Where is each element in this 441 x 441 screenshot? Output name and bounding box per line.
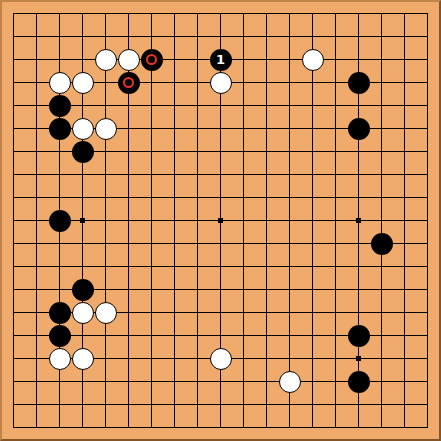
intersection[interactable]	[2, 301, 25, 324]
intersection[interactable]	[163, 209, 186, 232]
intersection[interactable]	[117, 324, 140, 347]
intersection[interactable]	[186, 117, 209, 140]
intersection[interactable]	[393, 186, 416, 209]
intersection[interactable]	[2, 117, 25, 140]
intersection[interactable]	[163, 186, 186, 209]
intersection[interactable]	[48, 324, 71, 347]
intersection[interactable]	[324, 186, 347, 209]
intersection[interactable]	[94, 255, 117, 278]
intersection[interactable]	[393, 301, 416, 324]
intersection[interactable]	[393, 209, 416, 232]
intersection[interactable]	[347, 117, 370, 140]
intersection[interactable]	[94, 48, 117, 71]
intersection[interactable]	[347, 2, 370, 25]
intersection[interactable]	[48, 94, 71, 117]
intersection[interactable]	[48, 2, 71, 25]
intersection[interactable]	[347, 370, 370, 393]
intersection[interactable]	[25, 255, 48, 278]
intersection[interactable]	[370, 94, 393, 117]
intersection[interactable]	[370, 232, 393, 255]
intersection[interactable]	[255, 416, 278, 439]
intersection[interactable]	[71, 71, 94, 94]
intersection[interactable]	[347, 278, 370, 301]
intersection[interactable]	[278, 163, 301, 186]
intersection[interactable]	[324, 301, 347, 324]
intersection[interactable]	[255, 393, 278, 416]
intersection[interactable]	[71, 163, 94, 186]
intersection[interactable]	[416, 2, 439, 25]
intersection[interactable]	[186, 140, 209, 163]
intersection[interactable]	[48, 25, 71, 48]
intersection[interactable]	[278, 25, 301, 48]
intersection[interactable]	[2, 324, 25, 347]
intersection[interactable]	[71, 324, 94, 347]
intersection[interactable]	[163, 163, 186, 186]
intersection[interactable]	[347, 301, 370, 324]
intersection[interactable]	[117, 301, 140, 324]
intersection[interactable]	[393, 232, 416, 255]
intersection[interactable]	[186, 416, 209, 439]
intersection[interactable]	[347, 232, 370, 255]
intersection[interactable]	[163, 370, 186, 393]
intersection[interactable]	[94, 347, 117, 370]
intersection[interactable]	[301, 393, 324, 416]
intersection[interactable]	[186, 209, 209, 232]
intersection[interactable]	[48, 209, 71, 232]
intersection[interactable]	[163, 278, 186, 301]
intersection[interactable]	[2, 255, 25, 278]
intersection[interactable]	[255, 209, 278, 232]
intersection[interactable]	[278, 301, 301, 324]
intersection[interactable]	[278, 140, 301, 163]
intersection[interactable]	[117, 25, 140, 48]
intersection[interactable]	[209, 71, 232, 94]
intersection[interactable]	[347, 48, 370, 71]
intersection[interactable]	[370, 209, 393, 232]
intersection[interactable]	[140, 209, 163, 232]
intersection[interactable]	[393, 48, 416, 71]
intersection[interactable]	[232, 232, 255, 255]
intersection[interactable]	[94, 2, 117, 25]
intersection[interactable]	[209, 393, 232, 416]
intersection[interactable]	[278, 278, 301, 301]
intersection[interactable]	[117, 255, 140, 278]
intersection[interactable]	[301, 25, 324, 48]
intersection[interactable]	[117, 347, 140, 370]
intersection[interactable]	[71, 117, 94, 140]
intersection[interactable]	[94, 117, 117, 140]
intersection[interactable]	[209, 2, 232, 25]
intersection[interactable]	[140, 48, 163, 71]
intersection[interactable]	[48, 163, 71, 186]
intersection[interactable]	[347, 255, 370, 278]
intersection[interactable]	[71, 186, 94, 209]
intersection[interactable]	[71, 347, 94, 370]
intersection[interactable]	[140, 94, 163, 117]
intersection[interactable]	[48, 278, 71, 301]
intersection[interactable]	[48, 48, 71, 71]
intersection[interactable]	[2, 278, 25, 301]
intersection[interactable]	[347, 25, 370, 48]
intersection[interactable]	[48, 232, 71, 255]
intersection[interactable]	[416, 186, 439, 209]
intersection[interactable]	[416, 48, 439, 71]
intersection[interactable]	[324, 324, 347, 347]
intersection[interactable]	[117, 71, 140, 94]
intersection[interactable]	[324, 71, 347, 94]
intersection[interactable]	[163, 2, 186, 25]
intersection[interactable]	[209, 117, 232, 140]
intersection[interactable]	[301, 255, 324, 278]
intersection[interactable]	[370, 393, 393, 416]
intersection[interactable]	[416, 278, 439, 301]
intersection[interactable]	[347, 163, 370, 186]
intersection[interactable]	[324, 278, 347, 301]
intersection[interactable]	[140, 186, 163, 209]
intersection[interactable]	[48, 140, 71, 163]
intersection[interactable]	[324, 140, 347, 163]
intersection[interactable]	[370, 140, 393, 163]
intersection[interactable]	[232, 71, 255, 94]
intersection[interactable]	[209, 301, 232, 324]
intersection[interactable]	[347, 140, 370, 163]
intersection[interactable]	[25, 94, 48, 117]
intersection[interactable]	[370, 347, 393, 370]
intersection[interactable]	[71, 48, 94, 71]
intersection[interactable]	[186, 324, 209, 347]
intersection[interactable]	[140, 301, 163, 324]
intersection[interactable]	[117, 48, 140, 71]
intersection[interactable]	[393, 117, 416, 140]
intersection[interactable]	[370, 71, 393, 94]
intersection[interactable]	[232, 2, 255, 25]
intersection[interactable]	[416, 301, 439, 324]
intersection[interactable]	[416, 370, 439, 393]
intersection[interactable]	[94, 209, 117, 232]
intersection[interactable]	[416, 25, 439, 48]
intersection[interactable]	[393, 71, 416, 94]
intersection[interactable]	[71, 301, 94, 324]
intersection[interactable]	[370, 278, 393, 301]
intersection[interactable]	[416, 232, 439, 255]
intersection[interactable]	[94, 232, 117, 255]
intersection[interactable]	[393, 278, 416, 301]
intersection[interactable]	[71, 370, 94, 393]
intersection[interactable]	[347, 71, 370, 94]
intersection[interactable]	[71, 393, 94, 416]
intersection[interactable]	[186, 278, 209, 301]
intersection[interactable]	[25, 301, 48, 324]
intersection[interactable]	[163, 94, 186, 117]
intersection[interactable]	[94, 393, 117, 416]
intersection[interactable]	[255, 278, 278, 301]
intersection[interactable]	[117, 278, 140, 301]
intersection[interactable]	[209, 347, 232, 370]
intersection[interactable]	[2, 232, 25, 255]
intersection[interactable]	[163, 301, 186, 324]
intersection[interactable]	[232, 25, 255, 48]
intersection[interactable]	[2, 163, 25, 186]
intersection[interactable]	[209, 140, 232, 163]
intersection[interactable]	[347, 209, 370, 232]
intersection[interactable]	[416, 163, 439, 186]
intersection[interactable]	[163, 25, 186, 48]
intersection[interactable]	[48, 301, 71, 324]
intersection[interactable]	[393, 416, 416, 439]
intersection[interactable]	[370, 324, 393, 347]
intersection[interactable]	[2, 209, 25, 232]
intersection[interactable]	[25, 71, 48, 94]
intersection[interactable]	[209, 186, 232, 209]
intersection[interactable]	[301, 370, 324, 393]
intersection[interactable]	[117, 186, 140, 209]
intersection[interactable]	[232, 94, 255, 117]
intersection[interactable]	[278, 255, 301, 278]
intersection[interactable]	[393, 324, 416, 347]
intersection[interactable]	[94, 186, 117, 209]
intersection[interactable]	[255, 2, 278, 25]
intersection[interactable]	[186, 370, 209, 393]
intersection[interactable]	[416, 416, 439, 439]
intersection[interactable]	[94, 301, 117, 324]
intersection[interactable]	[232, 140, 255, 163]
intersection[interactable]	[209, 94, 232, 117]
intersection[interactable]	[370, 25, 393, 48]
intersection[interactable]	[25, 324, 48, 347]
intersection[interactable]	[278, 2, 301, 25]
intersection[interactable]	[301, 324, 324, 347]
intersection[interactable]	[232, 301, 255, 324]
intersection[interactable]	[25, 48, 48, 71]
intersection[interactable]	[324, 232, 347, 255]
intersection[interactable]	[324, 94, 347, 117]
intersection[interactable]	[48, 255, 71, 278]
intersection[interactable]	[209, 25, 232, 48]
intersection[interactable]	[94, 324, 117, 347]
intersection[interactable]	[232, 255, 255, 278]
intersection[interactable]	[324, 48, 347, 71]
intersection[interactable]	[278, 71, 301, 94]
intersection[interactable]	[255, 186, 278, 209]
intersection[interactable]	[140, 163, 163, 186]
intersection[interactable]	[2, 393, 25, 416]
intersection[interactable]	[347, 416, 370, 439]
intersection[interactable]	[370, 2, 393, 25]
intersection[interactable]	[186, 48, 209, 71]
intersection[interactable]	[71, 25, 94, 48]
intersection[interactable]	[163, 393, 186, 416]
intersection[interactable]	[2, 25, 25, 48]
intersection[interactable]	[117, 393, 140, 416]
intersection[interactable]	[140, 347, 163, 370]
intersection[interactable]	[232, 186, 255, 209]
intersection[interactable]	[370, 301, 393, 324]
intersection[interactable]	[301, 186, 324, 209]
intersection[interactable]	[140, 232, 163, 255]
intersection[interactable]	[416, 347, 439, 370]
intersection[interactable]	[94, 370, 117, 393]
intersection[interactable]	[163, 117, 186, 140]
intersection[interactable]	[255, 117, 278, 140]
intersection[interactable]	[255, 71, 278, 94]
intersection[interactable]	[347, 393, 370, 416]
intersection[interactable]	[48, 186, 71, 209]
intersection[interactable]	[347, 347, 370, 370]
intersection[interactable]	[393, 347, 416, 370]
intersection[interactable]	[140, 255, 163, 278]
intersection[interactable]	[301, 416, 324, 439]
intersection[interactable]	[301, 278, 324, 301]
intersection[interactable]	[301, 117, 324, 140]
intersection[interactable]	[255, 163, 278, 186]
intersection[interactable]	[393, 370, 416, 393]
intersection[interactable]	[370, 370, 393, 393]
intersection[interactable]	[255, 301, 278, 324]
intersection[interactable]	[117, 117, 140, 140]
intersection[interactable]	[140, 278, 163, 301]
intersection[interactable]	[25, 117, 48, 140]
intersection[interactable]	[393, 2, 416, 25]
intersection[interactable]	[416, 117, 439, 140]
intersection[interactable]	[278, 117, 301, 140]
intersection[interactable]	[94, 25, 117, 48]
intersection[interactable]	[324, 255, 347, 278]
intersection[interactable]	[117, 416, 140, 439]
intersection[interactable]	[209, 370, 232, 393]
intersection[interactable]	[25, 416, 48, 439]
intersection[interactable]	[186, 232, 209, 255]
intersection[interactable]	[25, 393, 48, 416]
intersection[interactable]	[393, 25, 416, 48]
intersection[interactable]	[117, 163, 140, 186]
intersection[interactable]	[209, 255, 232, 278]
intersection[interactable]	[301, 209, 324, 232]
intersection[interactable]	[278, 209, 301, 232]
intersection[interactable]	[209, 232, 232, 255]
intersection[interactable]	[140, 25, 163, 48]
intersection[interactable]	[94, 278, 117, 301]
intersection[interactable]	[94, 163, 117, 186]
intersection[interactable]	[2, 71, 25, 94]
intersection[interactable]	[301, 301, 324, 324]
intersection[interactable]	[2, 347, 25, 370]
intersection[interactable]	[416, 324, 439, 347]
intersection[interactable]	[324, 393, 347, 416]
intersection[interactable]	[232, 278, 255, 301]
intersection[interactable]	[71, 255, 94, 278]
intersection[interactable]	[301, 71, 324, 94]
intersection[interactable]	[71, 2, 94, 25]
intersection[interactable]	[140, 393, 163, 416]
intersection[interactable]	[2, 140, 25, 163]
intersection[interactable]	[140, 324, 163, 347]
intersection[interactable]	[393, 255, 416, 278]
intersection[interactable]	[48, 347, 71, 370]
intersection[interactable]	[25, 278, 48, 301]
intersection[interactable]	[209, 209, 232, 232]
intersection[interactable]	[186, 25, 209, 48]
intersection[interactable]	[140, 2, 163, 25]
intersection[interactable]	[301, 140, 324, 163]
intersection[interactable]	[94, 416, 117, 439]
intersection[interactable]	[232, 347, 255, 370]
intersection[interactable]	[370, 163, 393, 186]
intersection[interactable]	[324, 117, 347, 140]
intersection[interactable]	[255, 94, 278, 117]
intersection[interactable]	[71, 278, 94, 301]
intersection[interactable]	[163, 71, 186, 94]
intersection[interactable]	[71, 232, 94, 255]
intersection[interactable]	[370, 416, 393, 439]
intersection[interactable]	[416, 393, 439, 416]
intersection[interactable]	[301, 163, 324, 186]
intersection[interactable]	[48, 393, 71, 416]
intersection[interactable]	[163, 140, 186, 163]
intersection[interactable]	[117, 94, 140, 117]
intersection[interactable]	[25, 209, 48, 232]
intersection[interactable]	[25, 2, 48, 25]
intersection[interactable]	[186, 71, 209, 94]
intersection[interactable]	[393, 94, 416, 117]
intersection[interactable]	[370, 117, 393, 140]
intersection[interactable]	[278, 393, 301, 416]
intersection[interactable]	[25, 25, 48, 48]
intersection[interactable]	[232, 209, 255, 232]
intersection[interactable]	[301, 2, 324, 25]
intersection[interactable]	[2, 416, 25, 439]
intersection[interactable]	[186, 301, 209, 324]
intersection[interactable]	[2, 186, 25, 209]
intersection[interactable]	[232, 48, 255, 71]
intersection[interactable]	[255, 347, 278, 370]
intersection[interactable]	[117, 209, 140, 232]
intersection[interactable]	[48, 71, 71, 94]
intersection[interactable]	[209, 163, 232, 186]
intersection[interactable]	[324, 25, 347, 48]
intersection[interactable]	[416, 209, 439, 232]
intersection[interactable]	[163, 347, 186, 370]
intersection[interactable]	[393, 163, 416, 186]
intersection[interactable]	[2, 2, 25, 25]
intersection[interactable]	[255, 140, 278, 163]
intersection[interactable]	[278, 94, 301, 117]
intersection[interactable]	[163, 48, 186, 71]
intersection[interactable]	[48, 117, 71, 140]
intersection[interactable]	[232, 117, 255, 140]
intersection[interactable]	[140, 117, 163, 140]
intersection[interactable]	[186, 186, 209, 209]
intersection[interactable]	[278, 347, 301, 370]
intersection[interactable]	[163, 255, 186, 278]
intersection[interactable]	[140, 416, 163, 439]
intersection[interactable]	[393, 140, 416, 163]
intersection[interactable]	[48, 416, 71, 439]
intersection[interactable]	[71, 140, 94, 163]
intersection[interactable]	[301, 94, 324, 117]
intersection[interactable]	[209, 278, 232, 301]
intersection[interactable]	[25, 347, 48, 370]
intersection[interactable]	[370, 48, 393, 71]
intersection[interactable]	[209, 416, 232, 439]
intersection[interactable]	[71, 94, 94, 117]
intersection[interactable]	[209, 324, 232, 347]
intersection[interactable]	[117, 370, 140, 393]
intersection[interactable]	[25, 370, 48, 393]
intersection[interactable]	[255, 48, 278, 71]
intersection[interactable]	[324, 2, 347, 25]
intersection[interactable]	[324, 163, 347, 186]
intersection[interactable]	[140, 370, 163, 393]
